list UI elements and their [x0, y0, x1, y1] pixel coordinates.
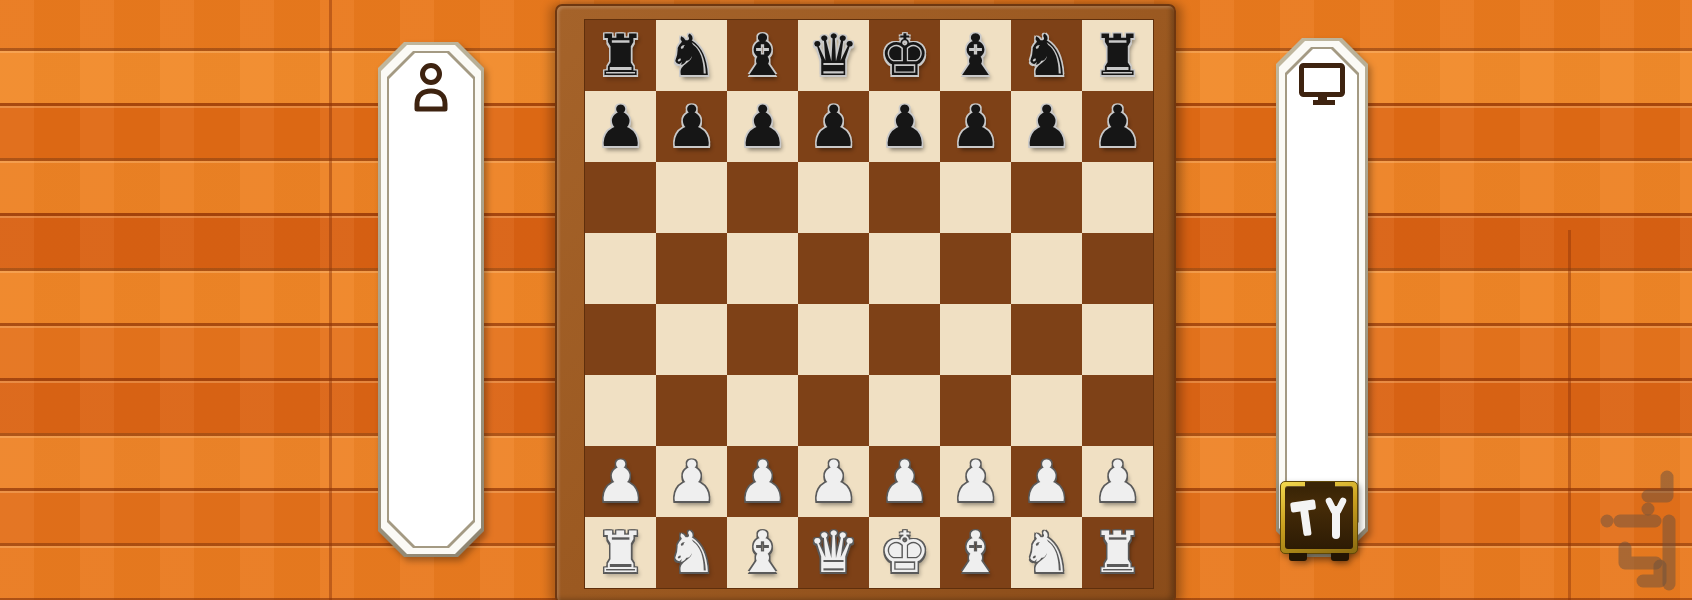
square-b3[interactable] — [656, 375, 727, 446]
square-c6[interactable] — [727, 162, 798, 233]
square-a2[interactable]: ♟ — [585, 446, 656, 517]
piece-white-pawn[interactable]: ♟ — [1092, 446, 1143, 517]
square-f8[interactable]: ♝ — [940, 20, 1011, 91]
square-d7[interactable]: ♟ — [798, 91, 869, 162]
bazaar-logo-watermark — [1598, 460, 1688, 600]
piece-black-pawn[interactable]: ♟ — [950, 91, 1001, 162]
piece-black-pawn[interactable]: ♟ — [595, 91, 646, 162]
square-e3[interactable] — [869, 375, 940, 446]
piece-white-bishop[interactable]: ♝ — [737, 517, 788, 588]
square-e5[interactable] — [869, 233, 940, 304]
left-score-area — [389, 53, 473, 546]
square-h1[interactable]: ♜ — [1082, 517, 1153, 588]
square-a7[interactable]: ♟ — [585, 91, 656, 162]
tools-button-foot — [1331, 553, 1349, 561]
square-b2[interactable]: ♟ — [656, 446, 727, 517]
piece-black-bishop[interactable]: ♝ — [950, 20, 1001, 91]
piece-white-queen[interactable]: ♛ — [808, 517, 859, 588]
tools-button-foot — [1289, 553, 1307, 561]
square-f4[interactable] — [940, 304, 1011, 375]
piece-black-knight[interactable]: ♞ — [1021, 20, 1072, 91]
square-b4[interactable] — [656, 304, 727, 375]
piece-black-pawn[interactable]: ♟ — [1092, 91, 1143, 162]
square-f6[interactable] — [940, 162, 1011, 233]
square-h6[interactable] — [1082, 162, 1153, 233]
square-b6[interactable] — [656, 162, 727, 233]
piece-black-pawn[interactable]: ♟ — [808, 91, 859, 162]
square-g8[interactable]: ♞ — [1011, 20, 1082, 91]
square-g7[interactable]: ♟ — [1011, 91, 1082, 162]
piece-black-rook[interactable]: ♜ — [1092, 20, 1143, 91]
square-e6[interactable] — [869, 162, 940, 233]
square-c2[interactable]: ♟ — [727, 446, 798, 517]
piece-black-pawn[interactable]: ♟ — [879, 91, 930, 162]
tools-button-face — [1285, 486, 1353, 549]
piece-black-pawn[interactable]: ♟ — [666, 91, 717, 162]
square-g3[interactable] — [1011, 375, 1082, 446]
square-e4[interactable] — [869, 304, 940, 375]
piece-white-pawn[interactable]: ♟ — [1021, 446, 1072, 517]
piece-black-king[interactable]: ♚ — [879, 20, 930, 91]
piece-white-pawn[interactable]: ♟ — [808, 446, 859, 517]
piece-white-pawn[interactable]: ♟ — [595, 446, 646, 517]
square-a1[interactable]: ♜ — [585, 517, 656, 588]
square-g5[interactable] — [1011, 233, 1082, 304]
piece-white-knight[interactable]: ♞ — [666, 517, 717, 588]
piece-white-rook[interactable]: ♜ — [1092, 517, 1143, 588]
piece-white-pawn[interactable]: ♟ — [879, 446, 930, 517]
square-f3[interactable] — [940, 375, 1011, 446]
square-d5[interactable] — [798, 233, 869, 304]
square-b8[interactable]: ♞ — [656, 20, 727, 91]
tools-button[interactable] — [1280, 481, 1358, 554]
square-d6[interactable] — [798, 162, 869, 233]
hammer-wrench-icon — [1290, 496, 1348, 540]
square-d2[interactable]: ♟ — [798, 446, 869, 517]
square-h8[interactable]: ♜ — [1082, 20, 1153, 91]
piece-black-pawn[interactable]: ♟ — [1021, 91, 1072, 162]
wood-plank-seam — [1568, 230, 1571, 600]
square-h3[interactable] — [1082, 375, 1153, 446]
square-d8[interactable]: ♛ — [798, 20, 869, 91]
piece-white-pawn[interactable]: ♟ — [950, 446, 1001, 517]
right-score-area — [1287, 49, 1357, 546]
left-player-plaque — [378, 42, 484, 557]
square-e1[interactable]: ♚ — [869, 517, 940, 588]
square-g4[interactable] — [1011, 304, 1082, 375]
square-f7[interactable]: ♟ — [940, 91, 1011, 162]
piece-black-rook[interactable]: ♜ — [595, 20, 646, 91]
piece-white-rook[interactable]: ♜ — [595, 517, 646, 588]
square-a6[interactable] — [585, 162, 656, 233]
square-b5[interactable] — [656, 233, 727, 304]
square-f1[interactable]: ♝ — [940, 517, 1011, 588]
square-a8[interactable]: ♜ — [585, 20, 656, 91]
square-g6[interactable] — [1011, 162, 1082, 233]
piece-black-queen[interactable]: ♛ — [808, 20, 859, 91]
piece-black-knight[interactable]: ♞ — [666, 20, 717, 91]
piece-white-king[interactable]: ♚ — [879, 517, 930, 588]
monitor-icon — [1298, 62, 1346, 108]
tools-button-notch — [1305, 482, 1335, 487]
square-c1[interactable]: ♝ — [727, 517, 798, 588]
piece-white-pawn[interactable]: ♟ — [666, 446, 717, 517]
piece-white-pawn[interactable]: ♟ — [737, 446, 788, 517]
piece-black-pawn[interactable]: ♟ — [737, 91, 788, 162]
square-a5[interactable] — [585, 233, 656, 304]
square-h4[interactable] — [1082, 304, 1153, 375]
square-d1[interactable]: ♛ — [798, 517, 869, 588]
square-g2[interactable]: ♟ — [1011, 446, 1082, 517]
square-h5[interactable] — [1082, 233, 1153, 304]
square-c7[interactable]: ♟ — [727, 91, 798, 162]
piece-white-knight[interactable]: ♞ — [1021, 517, 1072, 588]
wood-plank-seam — [329, 0, 332, 600]
square-b1[interactable]: ♞ — [656, 517, 727, 588]
chess-board[interactable]: ♜♞♝♛♚♝♞♜♟♟♟♟♟♟♟♟♟♟♟♟♟♟♟♟♜♞♝♛♚♝♞♜ — [585, 20, 1153, 588]
square-d3[interactable] — [798, 375, 869, 446]
square-a3[interactable] — [585, 375, 656, 446]
square-h7[interactable]: ♟ — [1082, 91, 1153, 162]
app-window: ♜♞♝♛♚♝♞♜♟♟♟♟♟♟♟♟♟♟♟♟♟♟♟♟♜♞♝♛♚♝♞♜ — [0, 0, 1692, 600]
square-c4[interactable] — [727, 304, 798, 375]
right-player-plaque — [1276, 38, 1368, 557]
person-icon — [411, 62, 451, 112]
square-c3[interactable] — [727, 375, 798, 446]
square-a4[interactable] — [585, 304, 656, 375]
piece-white-bishop[interactable]: ♝ — [950, 517, 1001, 588]
square-b7[interactable]: ♟ — [656, 91, 727, 162]
square-f2[interactable]: ♟ — [940, 446, 1011, 517]
square-d4[interactable] — [798, 304, 869, 375]
square-e2[interactable]: ♟ — [869, 446, 940, 517]
square-e7[interactable]: ♟ — [869, 91, 940, 162]
square-c5[interactable] — [727, 233, 798, 304]
square-c8[interactable]: ♝ — [727, 20, 798, 91]
square-h2[interactable]: ♟ — [1082, 446, 1153, 517]
square-f5[interactable] — [940, 233, 1011, 304]
square-g1[interactable]: ♞ — [1011, 517, 1082, 588]
square-e8[interactable]: ♚ — [869, 20, 940, 91]
piece-black-bishop[interactable]: ♝ — [737, 20, 788, 91]
